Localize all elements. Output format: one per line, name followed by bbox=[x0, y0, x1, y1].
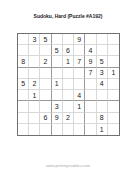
cell-r6c1[interactable] bbox=[18, 90, 29, 101]
cell-r5c3[interactable] bbox=[40, 79, 51, 90]
cell-r7c2[interactable] bbox=[29, 101, 40, 112]
cell-r9c7[interactable] bbox=[85, 124, 96, 135]
cell-r1c4[interactable] bbox=[52, 34, 63, 45]
cell-r4c8[interactable]: 3 bbox=[97, 68, 108, 79]
cell-r3c2[interactable] bbox=[29, 56, 40, 67]
cell-r2c1[interactable] bbox=[18, 45, 29, 56]
cell-r1c6[interactable]: 9 bbox=[74, 34, 85, 45]
cell-r8c4[interactable]: 9 bbox=[52, 113, 63, 124]
cell-r6c4[interactable] bbox=[52, 90, 63, 101]
cell-r5c8[interactable]: 4 bbox=[97, 79, 108, 90]
cell-r2c6[interactable] bbox=[74, 45, 85, 56]
cell-r1c2[interactable]: 3 bbox=[29, 34, 40, 45]
cell-r6c9[interactable] bbox=[108, 90, 119, 101]
cell-r3c1[interactable]: 8 bbox=[18, 56, 29, 67]
cell-r4c3[interactable] bbox=[40, 68, 51, 79]
cell-r3c3[interactable]: 2 bbox=[40, 56, 51, 67]
cell-r1c3[interactable]: 5 bbox=[40, 34, 51, 45]
cell-r5c7[interactable] bbox=[85, 79, 96, 90]
cell-r1c1[interactable] bbox=[18, 34, 29, 45]
cell-r6c6[interactable]: 4 bbox=[74, 90, 85, 101]
cell-r9c2[interactable] bbox=[29, 124, 40, 135]
cell-r7c4[interactable]: 3 bbox=[52, 101, 63, 112]
cell-r9c1[interactable] bbox=[18, 124, 29, 135]
cell-r6c3[interactable] bbox=[40, 90, 51, 101]
footer-url: www.printmysudoku.com bbox=[0, 163, 136, 168]
cell-r6c5[interactable] bbox=[63, 90, 74, 101]
cell-r5c5[interactable] bbox=[63, 79, 74, 90]
cell-r3c5[interactable]: 1 bbox=[63, 56, 74, 67]
cell-r9c4[interactable] bbox=[52, 124, 63, 135]
cell-r2c4[interactable]: 5 bbox=[52, 45, 63, 56]
cell-r9c5[interactable] bbox=[63, 124, 74, 135]
cell-r1c8[interactable] bbox=[97, 34, 108, 45]
cell-r8c1[interactable] bbox=[18, 113, 29, 124]
cell-r8c7[interactable] bbox=[85, 113, 96, 124]
cell-r3c7[interactable]: 9 bbox=[85, 56, 96, 67]
cell-r6c7[interactable] bbox=[85, 90, 96, 101]
sudoku-board: 3595648217957315214143169281 bbox=[17, 33, 120, 136]
cell-r3c4[interactable] bbox=[52, 56, 63, 67]
cell-r8c2[interactable] bbox=[29, 113, 40, 124]
cell-r7c6[interactable]: 1 bbox=[74, 101, 85, 112]
cell-r7c3[interactable] bbox=[40, 101, 51, 112]
cell-r4c7[interactable]: 7 bbox=[85, 68, 96, 79]
cell-r2c7[interactable]: 4 bbox=[85, 45, 96, 56]
page-title: Sudoku, Hard (Puzzle #A192) bbox=[0, 13, 136, 19]
cell-r5c1[interactable]: 5 bbox=[18, 79, 29, 90]
cell-r2c2[interactable] bbox=[29, 45, 40, 56]
cell-r5c6[interactable] bbox=[74, 79, 85, 90]
cell-r2c9[interactable] bbox=[108, 45, 119, 56]
cell-r3c8[interactable]: 5 bbox=[97, 56, 108, 67]
cell-r1c5[interactable] bbox=[63, 34, 74, 45]
cell-r9c6[interactable] bbox=[74, 124, 85, 135]
cell-r7c1[interactable] bbox=[18, 101, 29, 112]
cell-r5c2[interactable]: 2 bbox=[29, 79, 40, 90]
cell-r8c3[interactable]: 6 bbox=[40, 113, 51, 124]
cell-r8c6[interactable] bbox=[74, 113, 85, 124]
cell-r9c8[interactable]: 1 bbox=[97, 124, 108, 135]
cell-r7c9[interactable] bbox=[108, 101, 119, 112]
cell-r4c4[interactable] bbox=[52, 68, 63, 79]
cell-r8c5[interactable]: 2 bbox=[63, 113, 74, 124]
cell-r4c2[interactable] bbox=[29, 68, 40, 79]
cell-r8c8[interactable]: 8 bbox=[97, 113, 108, 124]
cell-r1c7[interactable] bbox=[85, 34, 96, 45]
cell-r5c4[interactable]: 1 bbox=[52, 79, 63, 90]
cell-r3c9[interactable] bbox=[108, 56, 119, 67]
cell-r4c5[interactable] bbox=[63, 68, 74, 79]
cell-r8c9[interactable] bbox=[108, 113, 119, 124]
cell-r2c5[interactable]: 6 bbox=[63, 45, 74, 56]
cell-r1c9[interactable] bbox=[108, 34, 119, 45]
cell-r9c3[interactable] bbox=[40, 124, 51, 135]
cell-r9c9[interactable] bbox=[108, 124, 119, 135]
cell-r5c9[interactable] bbox=[108, 79, 119, 90]
cell-r7c7[interactable] bbox=[85, 101, 96, 112]
cell-r4c9[interactable]: 1 bbox=[108, 68, 119, 79]
cell-r2c8[interactable] bbox=[97, 45, 108, 56]
cell-r7c8[interactable] bbox=[97, 101, 108, 112]
cell-r4c1[interactable] bbox=[18, 68, 29, 79]
cell-r6c2[interactable]: 1 bbox=[29, 90, 40, 101]
sudoku-page: Sudoku, Hard (Puzzle #A192) 359564821795… bbox=[0, 0, 136, 176]
cell-r4c6[interactable] bbox=[74, 68, 85, 79]
cell-r6c8[interactable] bbox=[97, 90, 108, 101]
cell-r2c3[interactable] bbox=[40, 45, 51, 56]
cell-r3c6[interactable]: 7 bbox=[74, 56, 85, 67]
cell-r7c5[interactable] bbox=[63, 101, 74, 112]
